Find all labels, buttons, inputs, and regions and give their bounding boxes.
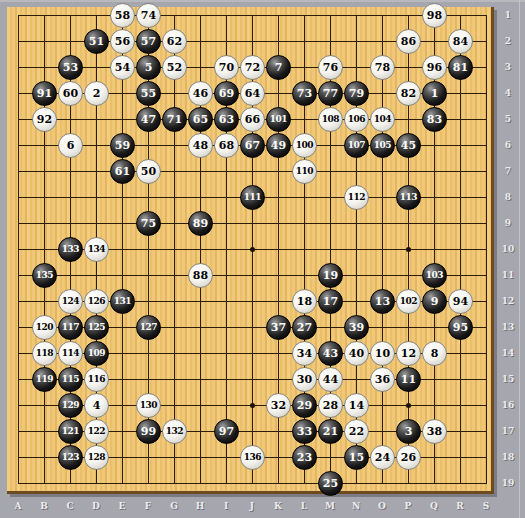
stone-5[interactable]: 5 bbox=[136, 55, 161, 80]
col-label-O: O bbox=[374, 501, 390, 511]
move-number: 103 bbox=[426, 271, 443, 280]
stone-113[interactable]: 113 bbox=[396, 185, 421, 210]
move-number: 121 bbox=[62, 427, 79, 436]
stone-101[interactable]: 101 bbox=[266, 107, 291, 132]
move-number: 112 bbox=[348, 193, 365, 202]
stone-66[interactable]: 66 bbox=[240, 107, 265, 132]
stone-3[interactable]: 3 bbox=[396, 419, 421, 444]
move-number: 39 bbox=[349, 322, 364, 333]
stone-104[interactable]: 104 bbox=[370, 107, 395, 132]
stone-116[interactable]: 116 bbox=[84, 367, 109, 392]
stone-18[interactable]: 18 bbox=[292, 289, 317, 314]
col-label-A: A bbox=[10, 501, 26, 511]
move-number: 21 bbox=[323, 426, 338, 437]
stone-51[interactable]: 51 bbox=[84, 29, 109, 54]
move-number: 72 bbox=[245, 62, 260, 73]
stone-64[interactable]: 64 bbox=[240, 81, 265, 106]
move-number: 126 bbox=[88, 297, 105, 306]
row-label-12: 12 bbox=[498, 296, 518, 306]
move-number: 110 bbox=[296, 167, 313, 176]
stone-10[interactable]: 10 bbox=[370, 341, 395, 366]
move-number: 5 bbox=[145, 62, 153, 73]
row-label-8: 8 bbox=[498, 192, 518, 202]
move-number: 104 bbox=[374, 115, 391, 124]
move-number: 26 bbox=[401, 452, 416, 463]
star-point bbox=[250, 403, 255, 408]
move-number: 107 bbox=[348, 141, 365, 150]
move-number: 71 bbox=[167, 114, 182, 125]
stone-102[interactable]: 102 bbox=[396, 289, 421, 314]
row-label-1: 1 bbox=[498, 10, 518, 20]
stone-115[interactable]: 115 bbox=[58, 367, 83, 392]
move-number: 34 bbox=[297, 348, 312, 359]
stone-96[interactable]: 96 bbox=[422, 55, 447, 80]
col-label-B: B bbox=[36, 501, 52, 511]
move-number: 24 bbox=[375, 452, 390, 463]
star-point bbox=[250, 247, 255, 252]
stone-89[interactable]: 89 bbox=[188, 211, 213, 236]
stone-40[interactable]: 40 bbox=[344, 341, 369, 366]
move-number: 127 bbox=[140, 323, 157, 332]
move-number: 81 bbox=[453, 62, 468, 73]
stone-119[interactable]: 119 bbox=[32, 367, 57, 392]
move-number: 115 bbox=[62, 375, 79, 384]
move-number: 82 bbox=[401, 88, 416, 99]
stone-46[interactable]: 46 bbox=[188, 81, 213, 106]
stone-108[interactable]: 108 bbox=[318, 107, 343, 132]
stone-117[interactable]: 117 bbox=[58, 315, 83, 340]
stone-7[interactable]: 7 bbox=[266, 55, 291, 80]
move-number: 66 bbox=[245, 114, 260, 125]
stone-45[interactable]: 45 bbox=[396, 133, 421, 158]
col-label-P: P bbox=[400, 501, 416, 511]
move-number: 129 bbox=[62, 401, 79, 410]
move-number: 6 bbox=[67, 140, 75, 151]
move-number: 49 bbox=[271, 140, 286, 151]
move-number: 74 bbox=[141, 10, 156, 21]
move-number: 123 bbox=[62, 453, 79, 462]
move-number: 47 bbox=[141, 114, 156, 125]
stone-91[interactable]: 91 bbox=[32, 81, 57, 106]
move-number: 131 bbox=[114, 297, 131, 306]
move-number: 18 bbox=[297, 296, 312, 307]
stone-75[interactable]: 75 bbox=[136, 211, 161, 236]
stone-88[interactable]: 88 bbox=[188, 263, 213, 288]
stone-118[interactable]: 118 bbox=[32, 341, 57, 366]
stone-74[interactable]: 74 bbox=[136, 3, 161, 28]
stone-24[interactable]: 24 bbox=[370, 445, 395, 470]
move-number: 96 bbox=[427, 62, 442, 73]
stone-37[interactable]: 37 bbox=[266, 315, 291, 340]
move-number: 122 bbox=[88, 427, 105, 436]
row-label-11: 11 bbox=[498, 270, 518, 280]
stone-76[interactable]: 76 bbox=[318, 55, 343, 80]
stone-134[interactable]: 134 bbox=[84, 237, 109, 262]
move-number: 68 bbox=[219, 140, 234, 151]
move-number: 22 bbox=[349, 426, 364, 437]
move-number: 106 bbox=[348, 115, 365, 124]
row-label-19: 19 bbox=[498, 478, 518, 488]
move-number: 88 bbox=[193, 270, 208, 281]
col-label-M: M bbox=[322, 501, 338, 511]
move-number: 95 bbox=[453, 322, 468, 333]
row-label-17: 17 bbox=[498, 426, 518, 436]
stone-99[interactable]: 99 bbox=[136, 419, 161, 444]
move-number: 14 bbox=[349, 400, 364, 411]
move-number: 29 bbox=[297, 400, 312, 411]
move-number: 59 bbox=[115, 140, 130, 151]
col-label-N: N bbox=[348, 501, 364, 511]
stone-2[interactable]: 2 bbox=[84, 81, 109, 106]
move-number: 136 bbox=[244, 453, 261, 462]
move-number: 70 bbox=[219, 62, 234, 73]
stone-72[interactable]: 72 bbox=[240, 55, 265, 80]
stone-109[interactable]: 109 bbox=[84, 341, 109, 366]
stone-62[interactable]: 62 bbox=[162, 29, 187, 54]
row-label-18: 18 bbox=[498, 452, 518, 462]
move-number: 57 bbox=[141, 36, 156, 47]
move-number: 40 bbox=[349, 348, 364, 359]
stone-65[interactable]: 65 bbox=[188, 107, 213, 132]
move-number: 3 bbox=[405, 426, 413, 437]
stone-28[interactable]: 28 bbox=[318, 393, 343, 418]
stone-112[interactable]: 112 bbox=[344, 185, 369, 210]
row-label-16: 16 bbox=[498, 400, 518, 410]
stone-136[interactable]: 136 bbox=[240, 445, 265, 470]
stone-4[interactable]: 4 bbox=[84, 393, 109, 418]
row-label-15: 15 bbox=[498, 374, 518, 384]
move-number: 37 bbox=[271, 322, 286, 333]
stone-103[interactable]: 103 bbox=[422, 263, 447, 288]
stone-53[interactable]: 53 bbox=[58, 55, 83, 80]
row-label-6: 6 bbox=[498, 140, 518, 150]
move-number: 55 bbox=[141, 88, 156, 99]
col-label-D: D bbox=[88, 501, 104, 511]
stone-114[interactable]: 114 bbox=[58, 341, 83, 366]
stone-71[interactable]: 71 bbox=[162, 107, 187, 132]
col-label-K: K bbox=[270, 501, 286, 511]
col-label-I: I bbox=[218, 501, 234, 511]
col-label-G: G bbox=[166, 501, 182, 511]
row-label-3: 3 bbox=[498, 62, 518, 72]
move-number: 17 bbox=[323, 296, 338, 307]
stone-9[interactable]: 9 bbox=[422, 289, 447, 314]
move-number: 108 bbox=[322, 115, 339, 124]
move-number: 60 bbox=[63, 88, 78, 99]
stone-129[interactable]: 129 bbox=[58, 393, 83, 418]
stone-132[interactable]: 132 bbox=[162, 419, 187, 444]
star-point bbox=[406, 247, 411, 252]
move-number: 101 bbox=[270, 115, 287, 124]
move-number: 133 bbox=[62, 245, 79, 254]
move-number: 94 bbox=[453, 296, 468, 307]
move-number: 83 bbox=[427, 114, 442, 125]
col-label-S: S bbox=[478, 501, 494, 511]
stone-122[interactable]: 122 bbox=[84, 419, 109, 444]
stone-78[interactable]: 78 bbox=[370, 55, 395, 80]
stone-48[interactable]: 48 bbox=[188, 133, 213, 158]
move-number: 10 bbox=[375, 348, 390, 359]
move-number: 13 bbox=[375, 296, 390, 307]
move-number: 45 bbox=[401, 140, 416, 151]
stone-131[interactable]: 131 bbox=[110, 289, 135, 314]
move-number: 8 bbox=[431, 348, 439, 359]
stone-30[interactable]: 30 bbox=[292, 367, 317, 392]
stone-81[interactable]: 81 bbox=[448, 55, 473, 80]
move-number: 75 bbox=[141, 218, 156, 229]
move-number: 32 bbox=[271, 400, 286, 411]
stone-86[interactable]: 86 bbox=[396, 29, 421, 54]
move-number: 54 bbox=[115, 62, 130, 73]
stone-50[interactable]: 50 bbox=[136, 159, 161, 184]
stone-59[interactable]: 59 bbox=[110, 133, 135, 158]
move-number: 118 bbox=[36, 349, 53, 358]
move-number: 113 bbox=[400, 193, 417, 202]
stone-13[interactable]: 13 bbox=[370, 289, 395, 314]
move-number: 56 bbox=[115, 36, 130, 47]
stone-123[interactable]: 123 bbox=[58, 445, 83, 470]
move-number: 9 bbox=[431, 296, 439, 307]
move-number: 19 bbox=[323, 270, 338, 281]
stone-29[interactable]: 29 bbox=[292, 393, 317, 418]
stone-56[interactable]: 56 bbox=[110, 29, 135, 54]
move-number: 27 bbox=[297, 322, 312, 333]
move-number: 99 bbox=[141, 426, 156, 437]
move-number: 64 bbox=[245, 88, 260, 99]
stone-73[interactable]: 73 bbox=[292, 81, 317, 106]
move-number: 125 bbox=[88, 323, 105, 332]
stone-124[interactable]: 124 bbox=[58, 289, 83, 314]
stone-34[interactable]: 34 bbox=[292, 341, 317, 366]
stone-21[interactable]: 21 bbox=[318, 419, 343, 444]
col-label-R: R bbox=[452, 501, 468, 511]
move-number: 76 bbox=[323, 62, 338, 73]
stone-77[interactable]: 77 bbox=[318, 81, 343, 106]
row-label-14: 14 bbox=[498, 348, 518, 358]
move-number: 67 bbox=[245, 140, 260, 151]
move-number: 1 bbox=[431, 88, 439, 99]
stone-79[interactable]: 79 bbox=[344, 81, 369, 106]
stone-98[interactable]: 98 bbox=[422, 3, 447, 28]
stone-120[interactable]: 120 bbox=[32, 315, 57, 340]
col-label-F: F bbox=[140, 501, 156, 511]
stone-111[interactable]: 111 bbox=[240, 185, 265, 210]
move-number: 92 bbox=[37, 114, 52, 125]
move-number: 102 bbox=[400, 297, 417, 306]
stone-97[interactable]: 97 bbox=[214, 419, 239, 444]
col-label-H: H bbox=[192, 501, 208, 511]
stone-12[interactable]: 12 bbox=[396, 341, 421, 366]
move-number: 116 bbox=[88, 375, 105, 384]
move-number: 7 bbox=[275, 62, 283, 73]
move-number: 120 bbox=[36, 323, 53, 332]
move-number: 25 bbox=[323, 478, 338, 489]
stone-84[interactable]: 84 bbox=[448, 29, 473, 54]
stone-128[interactable]: 128 bbox=[84, 445, 109, 470]
stone-8[interactable]: 8 bbox=[422, 341, 447, 366]
row-label-13: 13 bbox=[498, 322, 518, 332]
stone-19[interactable]: 19 bbox=[318, 263, 343, 288]
row-label-7: 7 bbox=[498, 166, 518, 176]
star-point bbox=[406, 403, 411, 408]
move-number: 134 bbox=[88, 245, 105, 254]
stone-95[interactable]: 95 bbox=[448, 315, 473, 340]
stone-27[interactable]: 27 bbox=[292, 315, 317, 340]
row-label-4: 4 bbox=[498, 88, 518, 98]
stone-39[interactable]: 39 bbox=[344, 315, 369, 340]
stone-36[interactable]: 36 bbox=[370, 367, 395, 392]
row-label-2: 2 bbox=[498, 36, 518, 46]
move-number: 23 bbox=[297, 452, 312, 463]
stone-94[interactable]: 94 bbox=[448, 289, 473, 314]
move-number: 105 bbox=[374, 141, 391, 150]
move-number: 109 bbox=[88, 349, 105, 358]
stone-100[interactable]: 100 bbox=[292, 133, 317, 158]
move-number: 62 bbox=[167, 36, 182, 47]
stone-33[interactable]: 33 bbox=[292, 419, 317, 444]
stone-127[interactable]: 127 bbox=[136, 315, 161, 340]
move-number: 79 bbox=[349, 88, 364, 99]
stone-107[interactable]: 107 bbox=[344, 133, 369, 158]
stone-135[interactable]: 135 bbox=[32, 263, 57, 288]
move-number: 97 bbox=[219, 426, 234, 437]
stone-57[interactable]: 57 bbox=[136, 29, 161, 54]
move-number: 98 bbox=[427, 10, 442, 21]
move-number: 117 bbox=[62, 323, 79, 332]
stone-6[interactable]: 6 bbox=[58, 133, 83, 158]
move-number: 52 bbox=[167, 62, 182, 73]
move-number: 48 bbox=[193, 140, 208, 151]
col-label-E: E bbox=[114, 501, 130, 511]
stone-17[interactable]: 17 bbox=[318, 289, 343, 314]
move-number: 28 bbox=[323, 400, 338, 411]
stone-106[interactable]: 106 bbox=[344, 107, 369, 132]
stone-23[interactable]: 23 bbox=[292, 445, 317, 470]
move-number: 91 bbox=[37, 88, 52, 99]
col-label-Q: Q bbox=[426, 501, 442, 511]
stone-133[interactable]: 133 bbox=[58, 237, 83, 262]
move-number: 65 bbox=[193, 114, 208, 125]
move-number: 119 bbox=[36, 375, 53, 384]
stone-52[interactable]: 52 bbox=[162, 55, 187, 80]
move-number: 61 bbox=[115, 166, 130, 177]
move-number: 38 bbox=[427, 426, 442, 437]
stone-44[interactable]: 44 bbox=[318, 367, 343, 392]
stone-83[interactable]: 83 bbox=[422, 107, 447, 132]
move-number: 128 bbox=[88, 453, 105, 462]
move-number: 86 bbox=[401, 36, 416, 47]
stone-25[interactable]: 25 bbox=[318, 471, 343, 496]
stone-63[interactable]: 63 bbox=[214, 107, 239, 132]
stone-69[interactable]: 69 bbox=[214, 81, 239, 106]
stone-110[interactable]: 110 bbox=[292, 159, 317, 184]
stone-49[interactable]: 49 bbox=[266, 133, 291, 158]
stone-67[interactable]: 67 bbox=[240, 133, 265, 158]
stone-55[interactable]: 55 bbox=[136, 81, 161, 106]
move-number: 36 bbox=[375, 374, 390, 385]
move-number: 132 bbox=[166, 427, 183, 436]
row-label-5: 5 bbox=[498, 114, 518, 124]
stone-1[interactable]: 1 bbox=[422, 81, 447, 106]
move-number: 114 bbox=[62, 349, 79, 358]
col-label-J: J bbox=[244, 501, 260, 511]
move-number: 130 bbox=[140, 401, 157, 410]
move-number: 51 bbox=[89, 36, 104, 47]
move-number: 11 bbox=[401, 374, 416, 385]
stone-22[interactable]: 22 bbox=[344, 419, 369, 444]
stone-121[interactable]: 121 bbox=[58, 419, 83, 444]
move-number: 77 bbox=[323, 88, 338, 99]
stone-126[interactable]: 126 bbox=[84, 289, 109, 314]
move-number: 69 bbox=[219, 88, 234, 99]
move-number: 84 bbox=[453, 36, 468, 47]
move-number: 89 bbox=[193, 218, 208, 229]
stone-26[interactable]: 26 bbox=[396, 445, 421, 470]
move-number: 63 bbox=[219, 114, 234, 125]
stone-58[interactable]: 58 bbox=[110, 3, 135, 28]
move-number: 58 bbox=[115, 10, 130, 21]
stone-70[interactable]: 70 bbox=[214, 55, 239, 80]
stone-43[interactable]: 43 bbox=[318, 341, 343, 366]
move-number: 135 bbox=[36, 271, 53, 280]
move-number: 124 bbox=[62, 297, 79, 306]
move-number: 44 bbox=[323, 374, 338, 385]
row-label-10: 10 bbox=[498, 244, 518, 254]
stone-105[interactable]: 105 bbox=[370, 133, 395, 158]
move-number: 12 bbox=[401, 348, 416, 359]
stone-32[interactable]: 32 bbox=[266, 393, 291, 418]
stone-54[interactable]: 54 bbox=[110, 55, 135, 80]
move-number: 100 bbox=[296, 141, 313, 150]
stone-38[interactable]: 38 bbox=[422, 419, 447, 444]
move-number: 50 bbox=[141, 166, 156, 177]
stone-47[interactable]: 47 bbox=[136, 107, 161, 132]
stone-60[interactable]: 60 bbox=[58, 81, 83, 106]
move-number: 30 bbox=[297, 374, 312, 385]
move-number: 2 bbox=[93, 88, 101, 99]
stone-68[interactable]: 68 bbox=[214, 133, 239, 158]
col-label-C: C bbox=[62, 501, 78, 511]
go-client-window: 1234567891011121314151718192122232425262… bbox=[0, 0, 525, 518]
stone-61[interactable]: 61 bbox=[110, 159, 135, 184]
row-label-9: 9 bbox=[498, 218, 518, 228]
stone-92[interactable]: 92 bbox=[32, 107, 57, 132]
move-number: 33 bbox=[297, 426, 312, 437]
move-number: 73 bbox=[297, 88, 312, 99]
stone-125[interactable]: 125 bbox=[84, 315, 109, 340]
stone-11[interactable]: 11 bbox=[396, 367, 421, 392]
col-label-L: L bbox=[296, 501, 312, 511]
move-number: 4 bbox=[93, 400, 101, 411]
stone-15[interactable]: 15 bbox=[344, 445, 369, 470]
move-number: 15 bbox=[349, 452, 364, 463]
move-number: 46 bbox=[193, 88, 208, 99]
move-number: 43 bbox=[323, 348, 338, 359]
stone-130[interactable]: 130 bbox=[136, 393, 161, 418]
stone-82[interactable]: 82 bbox=[396, 81, 421, 106]
move-number: 78 bbox=[375, 62, 390, 73]
stone-14[interactable]: 14 bbox=[344, 393, 369, 418]
move-number: 53 bbox=[63, 62, 78, 73]
move-number: 111 bbox=[244, 193, 261, 202]
